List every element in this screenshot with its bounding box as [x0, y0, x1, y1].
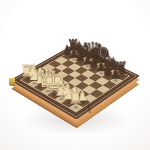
- black-queen-piece[interactable]: ♛: [79, 39, 106, 63]
- square-c8[interactable]: ♝: [81, 56, 94, 63]
- white-rook-piece[interactable]: ♜: [60, 89, 90, 107]
- black-pawn-piece[interactable]: ♟: [101, 67, 129, 81]
- square-a8[interactable]: ♜: [68, 50, 81, 57]
- square-b8[interactable]: ♞: [74, 53, 87, 60]
- product-photo: ♜♞♝♛♚♝♞♜♟♟♟♟♟♟♟♟♟♟♟♟♟♟♟♟♜♞♝♛♚♝♞♜: [0, 0, 150, 150]
- square-a7[interactable]: ♟: [62, 53, 75, 60]
- brass-latch-icon: [9, 78, 15, 85]
- chess-set-scene: ♜♞♝♛♚♝♞♜♟♟♟♟♟♟♟♟♟♟♟♟♟♟♟♟♜♞♝♛♚♝♞♜: [27, 30, 122, 125]
- square-d7[interactable]: ♟: [81, 63, 94, 70]
- square-h1[interactable]: ♜: [69, 103, 84, 112]
- square-d6[interactable]: [75, 67, 88, 74]
- black-knight-piece[interactable]: ♞: [67, 38, 93, 56]
- square-e6[interactable]: [82, 70, 95, 78]
- black-rook-piece[interactable]: ♜: [60, 37, 86, 53]
- square-h6[interactable]: [103, 81, 117, 89]
- chess-board[interactable]: ♜♞♝♛♚♝♞♜♟♟♟♟♟♟♟♟♟♟♟♟♟♟♟♟♜♞♝♛♚♝♞♜: [10, 44, 140, 119]
- square-c6[interactable]: [68, 63, 81, 70]
- square-b7[interactable]: ♟: [68, 56, 81, 63]
- black-pawn-piece[interactable]: ♟: [67, 50, 94, 63]
- black-pawn-piece[interactable]: ♟: [60, 47, 87, 60]
- black-bishop-piece[interactable]: ♝: [73, 39, 100, 59]
- square-c7[interactable]: ♟: [74, 59, 87, 66]
- black-pawn-piece[interactable]: ♟: [54, 43, 80, 56]
